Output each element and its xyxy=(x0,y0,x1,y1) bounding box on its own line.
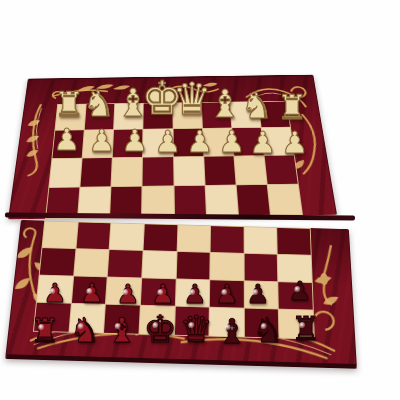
piece-red-P-h7[interactable]: ♟ xyxy=(43,280,66,306)
pieces-layer: ♜♞♝♚♛♝♞♜♟♟♟♟♟♟♟♟♟♟♟♟♟♟♟♟♜♞♝♚♛♝♞♜ xyxy=(0,0,400,400)
piece-red-B-f8[interactable]: ♝ xyxy=(107,313,137,347)
piece-white-P-b2[interactable]: ♟ xyxy=(250,128,277,158)
piece-white-B-c1[interactable]: ♝ xyxy=(208,85,242,123)
piece-red-P-d7[interactable]: ♟ xyxy=(183,281,206,307)
piece-red-B-c8[interactable]: ♝ xyxy=(217,314,247,348)
piece-white-P-a2[interactable]: ♟ xyxy=(282,128,309,158)
piece-red-R-h8[interactable]: ♜ xyxy=(30,314,60,347)
piece-red-N-b8[interactable]: ♞ xyxy=(253,313,283,347)
piece-red-P-f7[interactable]: ♟ xyxy=(116,281,139,307)
piece-white-P-d2[interactable]: ♟ xyxy=(187,127,214,157)
chess-set-photo: ♜♞♝♚♛♝♞♜♟♟♟♟♟♟♟♟♟♟♟♟♟♟♟♟♜♞♝♚♛♝♞♜ xyxy=(0,0,400,400)
piece-white-N-g1[interactable]: ♞ xyxy=(83,86,115,122)
piece-red-Q-d8[interactable]: ♛ xyxy=(179,311,212,348)
piece-red-P-e7[interactable]: ♟ xyxy=(151,281,174,307)
piece-white-Q-d1[interactable]: ♛ xyxy=(172,77,211,121)
piece-red-P-b7[interactable]: ♟ xyxy=(246,281,269,307)
piece-white-P-g2[interactable]: ♟ xyxy=(89,126,116,156)
piece-white-P-h2[interactable]: ♟ xyxy=(54,125,81,155)
piece-white-P-c2[interactable]: ♟ xyxy=(219,127,246,157)
piece-red-P-a7[interactable]: ♟ xyxy=(288,278,311,304)
piece-red-N-g8[interactable]: ♞ xyxy=(70,313,100,347)
piece-white-R-a1[interactable]: ♜ xyxy=(277,90,307,124)
piece-red-R-a8[interactable]: ♜ xyxy=(291,312,321,345)
piece-red-K-e8[interactable]: ♚ xyxy=(143,311,176,348)
piece-white-N-b1[interactable]: ♞ xyxy=(241,88,273,124)
piece-white-P-f2[interactable]: ♟ xyxy=(122,126,149,156)
piece-white-P-e2[interactable]: ♟ xyxy=(155,127,182,157)
piece-red-P-c7[interactable]: ♟ xyxy=(215,281,238,307)
piece-red-P-g7[interactable]: ♟ xyxy=(80,280,103,306)
piece-white-R-h1[interactable]: ♜ xyxy=(54,87,84,121)
